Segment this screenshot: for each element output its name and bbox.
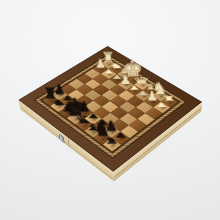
piece-glyph: ♚ <box>63 96 86 120</box>
photo-scene: ♜♟♟♜♞♟♟♞♝♟♟♝♚♟♟♚♛♟♟♛♝♟♟♝♞♟♟♞♜♟♟♜ <box>0 0 220 220</box>
board-square <box>145 107 162 119</box>
board-top-face: ♜♟♟♜♞♟♟♞♝♟♟♝♚♟♟♚♛♟♟♛♝♟♟♝♞♟♟♞♜♟♟♜ <box>18 46 202 172</box>
piece-glyph: ♜ <box>43 86 57 101</box>
piece-glyph: ♟ <box>119 73 131 86</box>
product-photo-background: ♜♟♟♜♞♟♟♞♝♟♟♝♚♟♟♚♛♟♟♛♝♟♟♝♞♟♟♞♜♟♟♜ <box>0 0 220 220</box>
chess-board: ♜♟♟♜♞♟♟♞♝♟♟♝♚♟♟♚♛♟♟♛♝♟♟♝♞♟♟♞♜♟♟♜ <box>18 46 202 172</box>
board-square: ♟ <box>153 102 170 114</box>
piece-glyph: ♟ <box>146 89 159 102</box>
piece-glyph: ♟ <box>94 58 106 70</box>
piece-glyph: ♞ <box>93 121 111 139</box>
piece-glyph: ♜ <box>162 95 177 102</box>
